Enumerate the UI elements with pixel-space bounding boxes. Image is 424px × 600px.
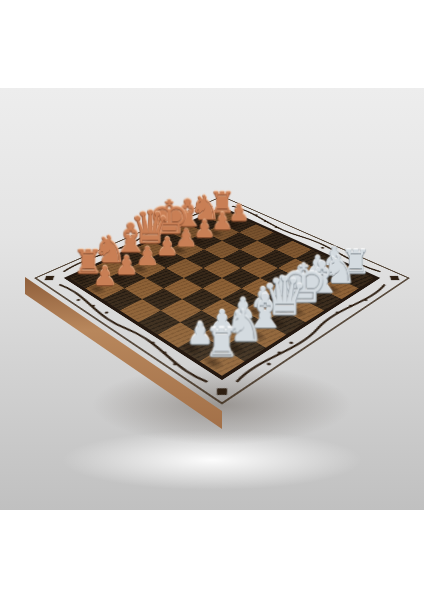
chess-set-product-photo: ♜♟♞♟♝♟♚♟♛♟♝♟♟♞♜♟♟♜♞♟♟♝♟♚♟♛♟♝♟♞♟♜	[0, 0, 424, 600]
piece-silver-rook-a8[interactable]: ♜	[205, 323, 240, 362]
piece-copper-pawn-a2[interactable]: ♟	[93, 262, 117, 289]
piece-copper-pawn-b2[interactable]: ♟	[115, 252, 138, 278]
